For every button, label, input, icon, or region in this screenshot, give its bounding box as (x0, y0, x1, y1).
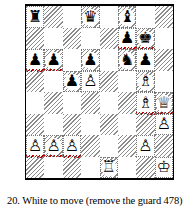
chess-board-frame: ♜♛♝♟♚♟♟♟♞♟♟♙♗♗♕♙♙♙♙♙♖♔ (25, 4, 174, 180)
square-h2 (155, 135, 173, 157)
square-e3 (100, 114, 118, 136)
square-d6: ♟ (81, 49, 99, 71)
square-a6: ♟ (26, 49, 44, 71)
square-g5: ♗ (136, 71, 154, 93)
piece-black-queen: ♛ (81, 6, 99, 28)
square-e1: ♖ (100, 157, 118, 179)
piece-white-pawn: ♙ (136, 135, 154, 157)
square-g3 (136, 114, 154, 136)
square-a1 (26, 157, 44, 179)
square-a3 (26, 114, 44, 136)
square-h3: ♙ (155, 114, 173, 136)
piece-white-pawn: ♙ (26, 135, 44, 157)
square-e6 (100, 49, 118, 71)
square-f8: ♝ (118, 6, 136, 28)
square-c5: ♟ (63, 71, 81, 93)
square-c8 (63, 6, 81, 28)
piece-black-pawn: ♟ (118, 28, 136, 50)
square-f6: ♞ (118, 49, 136, 71)
piece-white-pawn: ♙ (155, 114, 173, 136)
piece-white-king: ♔ (155, 157, 173, 179)
piece-black-pawn: ♟ (26, 49, 44, 71)
square-b3 (44, 114, 62, 136)
piece-black-knight: ♞ (118, 49, 136, 71)
square-e8 (100, 6, 118, 28)
piece-black-bishop: ♝ (118, 6, 136, 28)
piece-white-bishop: ♗ (136, 92, 154, 114)
square-g2: ♙ (136, 135, 154, 157)
square-f2 (118, 135, 136, 157)
square-d1 (81, 157, 99, 179)
square-a5 (26, 71, 44, 93)
square-c1 (63, 157, 81, 179)
square-d5: ♙ (81, 71, 99, 93)
piece-white-pawn: ♙ (44, 135, 62, 157)
square-d2 (81, 135, 99, 157)
square-h1: ♔ (155, 157, 173, 179)
square-g6: ♟ (136, 49, 154, 71)
piece-black-pawn: ♟ (81, 49, 99, 71)
square-b7 (44, 28, 62, 50)
square-b5 (44, 71, 62, 93)
diagram-caption: 20. White to move (remove the guard 478) (7, 195, 193, 206)
square-g8 (136, 6, 154, 28)
square-f5 (118, 71, 136, 93)
square-h4: ♕ (155, 92, 173, 114)
chess-board: ♜♛♝♟♚♟♟♟♞♟♟♙♗♗♕♙♙♙♙♙♖♔ (26, 6, 173, 178)
square-b8 (44, 6, 62, 28)
square-h7 (155, 28, 173, 50)
square-d4 (81, 92, 99, 114)
square-a7 (26, 28, 44, 50)
square-f1 (118, 157, 136, 179)
square-a2: ♙ (26, 135, 44, 157)
square-e5 (100, 71, 118, 93)
square-g1 (136, 157, 154, 179)
square-c2: ♙ (63, 135, 81, 157)
square-d7 (81, 28, 99, 50)
piece-black-rook: ♜ (26, 6, 44, 28)
square-a8: ♜ (26, 6, 44, 28)
square-c6 (63, 49, 81, 71)
square-d3 (81, 114, 99, 136)
square-b1 (44, 157, 62, 179)
piece-black-pawn: ♟ (136, 49, 154, 71)
square-h5 (155, 71, 173, 93)
piece-white-queen: ♕ (155, 92, 173, 114)
square-b6: ♟ (44, 49, 62, 71)
square-c4 (63, 92, 81, 114)
square-f3 (118, 114, 136, 136)
square-b2: ♙ (44, 135, 62, 157)
piece-white-bishop: ♗ (136, 71, 154, 93)
piece-black-pawn: ♟ (63, 71, 81, 93)
square-c7 (63, 28, 81, 50)
square-f7: ♟ (118, 28, 136, 50)
square-h8 (155, 6, 173, 28)
square-h6 (155, 49, 173, 71)
piece-white-pawn: ♙ (63, 135, 81, 157)
piece-black-king: ♚ (136, 28, 154, 50)
square-d8: ♛ (81, 6, 99, 28)
piece-white-rook: ♖ (100, 157, 118, 179)
piece-black-pawn: ♟ (44, 49, 62, 71)
square-a4 (26, 92, 44, 114)
square-e4 (100, 92, 118, 114)
square-b4 (44, 92, 62, 114)
square-g7: ♚ (136, 28, 154, 50)
square-e7 (100, 28, 118, 50)
square-f4 (118, 92, 136, 114)
square-g4: ♗ (136, 92, 154, 114)
square-e2 (100, 135, 118, 157)
piece-white-pawn: ♙ (81, 71, 99, 93)
square-c3 (63, 114, 81, 136)
